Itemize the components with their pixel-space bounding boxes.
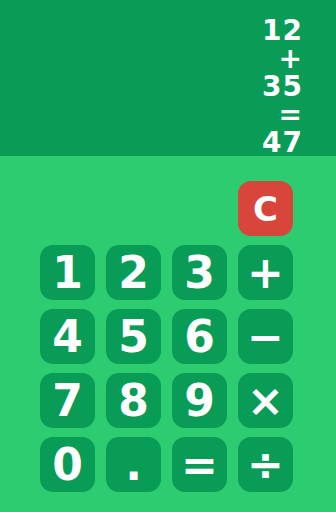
display-result: 47 — [0, 129, 303, 157]
display-operand-2: 35 — [0, 73, 303, 101]
display-equals: = — [0, 101, 303, 129]
key-divide[interactable]: ÷ — [238, 437, 293, 492]
key-equals[interactable]: = — [172, 437, 227, 492]
key-7[interactable]: 7 — [40, 373, 95, 428]
display-operand-1: 12 — [0, 17, 303, 45]
key-0[interactable]: 0 — [40, 437, 95, 492]
clear-button[interactable]: C — [238, 181, 293, 236]
key-3[interactable]: 3 — [172, 245, 227, 300]
key-4[interactable]: 4 — [40, 309, 95, 364]
calculator-display: 12 + 35 = 47 — [0, 0, 336, 156]
key-5[interactable]: 5 — [106, 309, 161, 364]
key-2[interactable]: 2 — [106, 245, 161, 300]
display-operator: + — [0, 45, 303, 73]
key-8[interactable]: 8 — [106, 373, 161, 428]
key-1[interactable]: 1 — [40, 245, 95, 300]
key-plus[interactable]: + — [238, 245, 293, 300]
key-decimal[interactable]: . — [106, 437, 161, 492]
key-6[interactable]: 6 — [172, 309, 227, 364]
key-9[interactable]: 9 — [172, 373, 227, 428]
keypad: 1 2 3 + 4 5 6 − 7 8 9 × 0 . = ÷ — [40, 245, 293, 492]
key-multiply[interactable]: × — [238, 373, 293, 428]
key-minus[interactable]: − — [238, 309, 293, 364]
